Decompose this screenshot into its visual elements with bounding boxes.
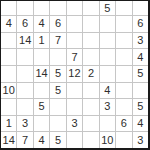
cell-r2c7[interactable] <box>100 16 115 32</box>
cell-r6c2[interactable] <box>17 83 32 99</box>
cell-r7c1[interactable] <box>1 99 16 115</box>
cell-r9c1-clue: 14 <box>1 132 16 148</box>
cell-r4c3[interactable] <box>34 49 49 65</box>
cell-r2c3-clue: 4 <box>34 16 49 32</box>
cell-r5c7[interactable] <box>100 66 115 82</box>
cell-r1c9[interactable] <box>133 1 148 15</box>
cell-r5c6-clue: 2 <box>83 66 98 82</box>
cell-r9c5[interactable] <box>67 132 82 148</box>
cell-r2c5[interactable] <box>67 16 82 32</box>
cell-r9c8[interactable] <box>116 132 131 148</box>
cell-r8c7[interactable] <box>100 116 115 132</box>
cell-r6c1-clue: 10 <box>1 83 16 99</box>
cell-r3c3-clue: 1 <box>34 33 49 49</box>
cell-r4c1[interactable] <box>1 49 16 65</box>
cell-r1c6[interactable] <box>83 1 98 15</box>
cell-r8c3[interactable] <box>34 116 49 132</box>
cell-r5c9-clue: 5 <box>133 66 148 82</box>
cell-r4c7[interactable] <box>100 49 115 65</box>
cell-r3c6[interactable] <box>83 33 98 49</box>
cell-r2c8[interactable] <box>116 16 131 32</box>
cell-r1c7-clue: 5 <box>100 1 115 15</box>
cell-r9c4-clue: 5 <box>50 132 65 148</box>
cell-r6c8[interactable] <box>116 83 131 99</box>
cell-r4c8[interactable] <box>116 49 131 65</box>
cell-r1c5[interactable] <box>67 1 82 15</box>
cell-r7c3-clue: 5 <box>34 99 49 115</box>
cell-r1c4[interactable] <box>50 1 65 15</box>
cell-r1c8[interactable] <box>116 1 131 15</box>
cell-r9c3-clue: 4 <box>34 132 49 148</box>
cell-r5c3-clue: 14 <box>34 66 49 82</box>
cell-r5c4-clue: 5 <box>50 66 65 82</box>
cell-r6c7-clue: 4 <box>100 83 115 99</box>
cell-r3c9-clue: 3 <box>133 33 148 49</box>
cell-r2c4-clue: 6 <box>50 16 65 32</box>
cell-r1c2[interactable] <box>17 1 32 15</box>
cell-r4c2[interactable] <box>17 49 32 65</box>
cell-r9c6[interactable] <box>83 132 98 148</box>
cell-r9c2-clue: 7 <box>17 132 32 148</box>
cell-r6c5[interactable] <box>67 83 82 99</box>
cell-r4c5-clue: 7 <box>67 49 82 65</box>
cell-r7c9-clue: 5 <box>133 99 148 115</box>
cell-r7c6[interactable] <box>83 99 98 115</box>
cell-r2c1-clue: 4 <box>1 16 16 32</box>
cell-r3c1[interactable] <box>1 33 16 49</box>
cell-r8c9-clue: 4 <box>133 116 148 132</box>
cell-r3c4-clue: 7 <box>50 33 65 49</box>
cell-r2c6[interactable] <box>83 16 98 32</box>
cell-r3c2-clue: 14 <box>17 33 32 49</box>
cell-r8c8-clue: 6 <box>116 116 131 132</box>
cell-r8c6[interactable] <box>83 116 98 132</box>
fillomino-board: 5464661417374145122510545351336414745103 <box>0 0 150 150</box>
cell-r7c2[interactable] <box>17 99 32 115</box>
cell-r3c7[interactable] <box>100 33 115 49</box>
cell-r7c4[interactable] <box>50 99 65 115</box>
cell-r7c8[interactable] <box>116 99 131 115</box>
cell-r7c7-clue: 3 <box>100 99 115 115</box>
cell-r1c3[interactable] <box>34 1 49 15</box>
cell-r5c8[interactable] <box>116 66 131 82</box>
cell-r8c5-clue: 3 <box>67 116 82 132</box>
cell-r9c7-clue: 10 <box>100 132 115 148</box>
cell-r7c5[interactable] <box>67 99 82 115</box>
cell-r4c9-clue: 4 <box>133 49 148 65</box>
cell-r6c4-clue: 5 <box>50 83 65 99</box>
cell-r8c4[interactable] <box>50 116 65 132</box>
cell-r5c2[interactable] <box>17 66 32 82</box>
cell-r4c4[interactable] <box>50 49 65 65</box>
cell-r5c5-clue: 12 <box>67 66 82 82</box>
cell-r3c5[interactable] <box>67 33 82 49</box>
cell-r6c6[interactable] <box>83 83 98 99</box>
cell-r5c1[interactable] <box>1 66 16 82</box>
cell-r4c6[interactable] <box>83 49 98 65</box>
cell-r8c2-clue: 3 <box>17 116 32 132</box>
cell-r6c3[interactable] <box>34 83 49 99</box>
cell-r8c1-clue: 1 <box>1 116 16 132</box>
cell-r9c9-clue: 3 <box>133 132 148 148</box>
cell-r2c2-clue: 6 <box>17 16 32 32</box>
cell-r2c9-clue: 6 <box>133 16 148 32</box>
cell-r3c8[interactable] <box>116 33 131 49</box>
cell-r6c9[interactable] <box>133 83 148 99</box>
cell-r1c1[interactable] <box>1 1 16 15</box>
